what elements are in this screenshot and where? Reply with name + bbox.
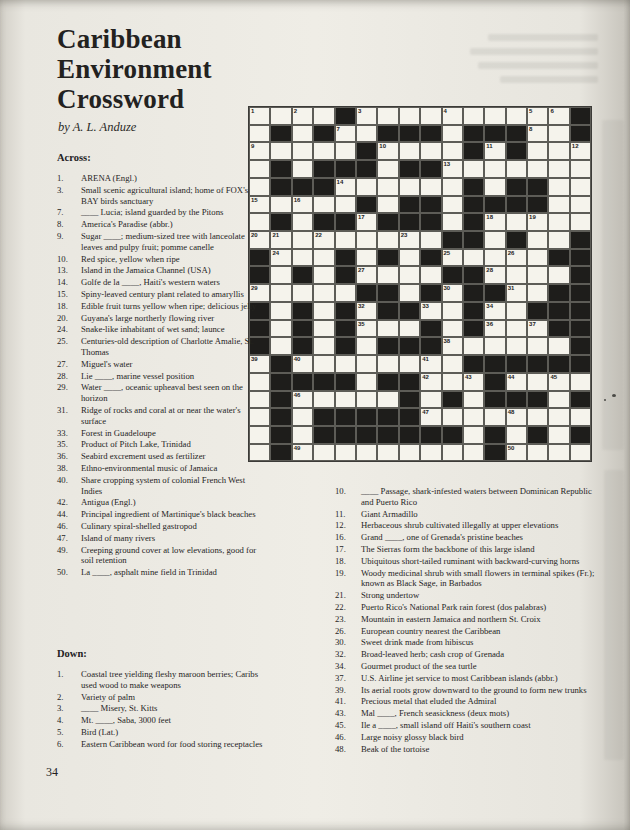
clue-number: 42 [422,374,429,381]
black-cell [463,355,484,373]
white-cell[interactable]: 49 [292,444,313,462]
white-cell[interactable] [313,444,334,462]
white-cell[interactable] [270,142,291,160]
black-cell [570,266,591,284]
white-cell[interactable]: 1 [249,107,270,125]
white-cell[interactable] [313,302,334,320]
white-cell[interactable]: 41 [420,355,441,373]
clue-item: 18.Edible fruit turns yellow when ripe; … [57,301,257,312]
clue-item-number: 27. [57,359,74,370]
clue-item-text: Mountain in eastern Jamaica and northern… [361,614,541,624]
bleed-mark [478,62,598,69]
black-cell [570,302,591,320]
white-cell[interactable]: 11 [484,142,505,160]
white-cell[interactable]: 13 [442,160,463,178]
white-cell[interactable] [292,125,313,143]
white-cell[interactable] [548,426,569,444]
black-cell [335,213,356,231]
black-cell [270,391,291,409]
white-cell[interactable] [570,160,591,178]
black-cell [399,426,420,444]
white-cell[interactable] [399,178,420,196]
clue-item-text: Beak of the tortoise [361,744,429,754]
white-cell[interactable] [249,125,270,143]
white-cell[interactable] [399,284,420,302]
white-cell[interactable]: 2 [292,107,313,125]
black-cell [335,302,356,320]
white-cell[interactable] [463,426,484,444]
clue-number: 40 [294,356,301,363]
clue-item-text: ____ Passage, shark-infested waters betw… [361,486,592,507]
white-cell[interactable] [484,231,505,249]
white-cell[interactable] [527,284,548,302]
black-cell [484,284,505,302]
clue-number: 21 [272,232,279,239]
clue-item-text: Ubiquitous short-tailed ruminant with ba… [361,556,579,566]
white-cell[interactable] [292,249,313,267]
white-cell[interactable] [356,125,377,143]
white-cell[interactable] [377,355,398,373]
white-cell[interactable] [548,178,569,196]
clue-item: 17.The Sierras form the backbone of this… [335,544,597,555]
black-cell [335,249,356,267]
white-cell[interactable]: 44 [506,373,527,391]
white-cell[interactable] [570,196,591,214]
white-cell[interactable] [527,160,548,178]
white-cell[interactable]: 46 [292,391,313,409]
white-cell[interactable] [442,320,463,338]
clue-item-number: 10. [335,486,352,497]
white-cell[interactable] [442,302,463,320]
clue-number: 8 [529,126,532,133]
clue-item-text: Culinary spiral-shelled gastropod [81,521,197,531]
black-cell [442,231,463,249]
clue-item: 7.____ Lucia; island guarded by the Pito… [57,207,257,218]
white-cell[interactable] [463,160,484,178]
clue-item-text: Snake-like inhabitant of wet sand; launc… [81,324,225,334]
clue-item-text: Water ____, oceanic upheaval best seen o… [81,382,243,403]
white-cell[interactable]: 19 [527,213,548,231]
white-cell[interactable] [420,444,441,462]
down-clue-list: Down: 1.Coastal tree yielding fleshy mar… [57,648,272,751]
white-cell[interactable] [377,266,398,284]
white-cell[interactable] [506,426,527,444]
bleed-mark [470,48,598,55]
white-cell[interactable] [442,213,463,231]
black-cell [399,213,420,231]
clue-item: 43.Mal ____, French seasickness (deux mo… [335,708,597,719]
white-cell[interactable] [292,213,313,231]
clue-item-number: 44. [57,509,74,520]
black-cell [463,320,484,338]
white-cell[interactable] [420,107,441,125]
clue-item: 29.Water ____, oceanic upheaval best see… [57,382,257,404]
clue-item-number: 43. [335,708,352,719]
white-cell[interactable] [356,373,377,391]
clue-item-text: Sugar ____; medium-sized tree with lance… [81,231,245,252]
white-cell[interactable] [548,391,569,409]
clue-item-number: 1. [57,669,74,680]
white-cell[interactable] [484,408,505,426]
white-cell[interactable] [356,249,377,267]
clue-item-number: 4. [57,715,74,726]
white-cell[interactable] [420,266,441,284]
white-cell[interactable]: 18 [484,213,505,231]
white-cell[interactable]: 36 [484,320,505,338]
clue-item-text: Ile a ____, small island off Haiti's sou… [361,720,531,730]
white-cell[interactable] [313,107,334,125]
white-cell[interactable]: 45 [548,373,569,391]
clue-item: 3.____ Misery, St. Kitts [57,703,272,714]
white-cell[interactable] [335,391,356,409]
clue-item-number: 23. [335,614,352,625]
white-cell[interactable]: 4 [442,107,463,125]
white-cell[interactable] [399,249,420,267]
clue-number: 38 [444,338,451,345]
white-cell[interactable] [399,320,420,338]
black-cell [506,231,527,249]
clue-item-text: Share cropping system of colonial French… [81,475,245,496]
white-cell[interactable] [313,142,334,160]
white-cell[interactable] [335,355,356,373]
black-cell [484,426,505,444]
white-cell[interactable] [399,355,420,373]
clue-item: 33.Forest in Guadeloupe [57,428,257,439]
white-cell[interactable] [548,266,569,284]
white-cell[interactable]: 23 [399,231,420,249]
white-cell[interactable] [335,196,356,214]
white-cell[interactable] [313,266,334,284]
white-cell[interactable]: 50 [506,444,527,462]
black-cell [420,337,441,355]
clue-item-text: Seabird excrement used as fertilizer [81,451,205,461]
white-cell[interactable] [484,160,505,178]
white-cell[interactable] [313,284,334,302]
white-cell[interactable] [442,373,463,391]
crossword-grid[interactable]: 1234567891011121314151617181920212223242… [248,106,592,462]
clue-item: 39.Its aerial roots grow downward to the… [335,685,597,696]
white-cell[interactable] [270,196,291,214]
white-cell[interactable] [570,213,591,231]
clue-item-text: Puerto Rico's National Park rain forest … [361,602,546,612]
black-cell [420,426,441,444]
white-cell[interactable] [420,142,441,160]
white-cell[interactable] [463,391,484,409]
white-cell[interactable] [420,391,441,409]
white-cell[interactable] [442,355,463,373]
white-cell[interactable] [442,196,463,214]
white-cell[interactable] [335,444,356,462]
black-cell [270,178,291,196]
clue-item-text: Mal ____, French seasickness (deux mots) [361,708,509,718]
white-cell[interactable]: 38 [442,337,463,355]
white-cell[interactable]: 21 [270,231,291,249]
black-cell [399,337,420,355]
white-cell[interactable] [506,107,527,125]
white-cell[interactable] [292,284,313,302]
white-cell[interactable]: 14 [335,178,356,196]
clue-item-text: Edible fruit turns yellow when ripe; del… [81,301,256,311]
clue-item: 20.Guyana's large northerly flowing rive… [57,313,257,324]
white-cell[interactable] [399,142,420,160]
white-cell[interactable] [420,231,441,249]
white-cell[interactable] [527,249,548,267]
white-cell[interactable] [527,266,548,284]
white-cell[interactable] [527,408,548,426]
white-cell[interactable]: 42 [420,373,441,391]
white-cell[interactable] [377,231,398,249]
black-cell [335,337,356,355]
white-cell[interactable]: 30 [442,284,463,302]
white-cell[interactable]: 5 [527,107,548,125]
clue-item: 23.Mountain in eastern Jamaica and north… [335,614,597,625]
white-cell[interactable] [570,444,591,462]
black-cell [377,125,398,143]
white-cell[interactable] [356,231,377,249]
white-cell[interactable] [377,320,398,338]
white-cell[interactable] [463,408,484,426]
clue-item-number: 3. [57,185,74,196]
white-cell[interactable]: 47 [420,408,441,426]
white-cell[interactable]: 37 [527,320,548,338]
white-cell[interactable] [506,160,527,178]
white-cell[interactable] [270,302,291,320]
black-cell [420,213,441,231]
white-cell[interactable] [548,125,569,143]
white-cell[interactable]: 6 [548,107,569,125]
bleed-mark [604,470,624,760]
clue-item-text: Giant Armadillo [361,509,418,519]
white-cell[interactable] [548,213,569,231]
clue-number: 36 [486,321,493,328]
white-cell[interactable] [420,178,441,196]
black-cell [570,125,591,143]
white-cell[interactable] [463,337,484,355]
clue-item-number: 11. [335,509,352,520]
white-cell[interactable]: 16 [292,196,313,214]
white-cell[interactable] [292,426,313,444]
white-cell[interactable] [548,231,569,249]
white-cell[interactable]: 10 [377,142,398,160]
black-cell [506,142,527,160]
clue-number: 10 [379,143,386,150]
white-cell[interactable] [506,302,527,320]
white-cell[interactable] [292,142,313,160]
clue-item-number: 21. [335,590,352,601]
white-cell[interactable]: 25 [442,249,463,267]
white-cell[interactable] [399,444,420,462]
white-cell[interactable]: 31 [506,284,527,302]
clue-item-number: 31. [57,405,74,416]
clue-item-text: Island of many rivers [81,533,155,543]
white-cell[interactable]: 12 [570,142,591,160]
white-cell[interactable] [313,249,334,267]
white-cell[interactable] [570,373,591,391]
clue-item-number: 8. [57,219,74,230]
white-cell[interactable] [442,408,463,426]
clue-number: 7 [337,126,340,133]
ink-speck [612,394,616,397]
clue-item-number: 28. [57,371,74,382]
white-cell[interactable] [548,337,569,355]
white-cell[interactable]: 22 [313,231,334,249]
clue-item-text: Mt. ____, Saba, 3000 feet [81,715,171,725]
white-cell[interactable] [335,231,356,249]
white-cell[interactable] [484,337,505,355]
clue-item-number: 19. [335,568,352,579]
white-cell[interactable] [313,391,334,409]
clue-item: 37.U.S. Airline jet service to most Cari… [335,673,597,684]
clue-item-text: Woody medicinal shrub with small flowers… [361,568,594,589]
white-cell[interactable]: 26 [506,249,527,267]
black-cell [570,337,591,355]
white-cell[interactable] [527,231,548,249]
white-cell[interactable] [356,391,377,409]
white-cell[interactable] [527,444,548,462]
white-cell[interactable] [442,125,463,143]
clue-item: 25.Centuries-old description of Charlott… [57,336,257,358]
down-clue-list-continued: 10.____ Passage, shark-infested waters b… [335,486,597,755]
white-cell[interactable] [548,408,569,426]
black-cell [420,249,441,267]
clue-item-number: 12. [335,520,352,531]
white-cell[interactable] [527,373,548,391]
clue-number: 18 [486,214,493,221]
white-cell[interactable]: 7 [335,125,356,143]
white-cell[interactable] [335,284,356,302]
clue-item-number: 46. [335,732,352,743]
black-cell [270,408,291,426]
clue-number: 2 [294,108,297,115]
white-cell[interactable] [442,178,463,196]
white-cell[interactable]: 27 [356,266,377,284]
clue-item: 6.Eastern Caribbean word for food storin… [57,739,272,750]
white-cell[interactable] [270,337,291,355]
white-cell[interactable] [377,196,398,214]
black-cell [548,284,569,302]
black-cell [335,266,356,284]
white-cell[interactable]: 17 [356,213,377,231]
white-cell[interactable]: 34 [484,302,505,320]
white-cell[interactable] [313,355,334,373]
white-cell[interactable]: 40 [292,355,313,373]
black-cell [463,302,484,320]
white-cell[interactable]: 28 [484,266,505,284]
white-cell[interactable]: 24 [270,249,291,267]
white-cell[interactable] [506,213,527,231]
white-cell[interactable] [292,408,313,426]
white-cell[interactable] [442,142,463,160]
clue-item: 15.Spiny-leaved century plant related to… [57,289,257,300]
white-cell[interactable] [313,320,334,338]
white-cell[interactable] [484,178,505,196]
white-cell[interactable]: 33 [420,302,441,320]
white-cell[interactable] [399,107,420,125]
white-cell[interactable] [548,196,569,214]
clue-item-text: Creeping ground cover at low elevations,… [81,545,256,566]
clue-item-number: 29. [57,382,74,393]
white-cell[interactable] [548,444,569,462]
black-cell [484,444,505,462]
white-cell[interactable] [377,160,398,178]
white-cell[interactable] [527,337,548,355]
white-cell[interactable] [463,107,484,125]
black-cell [356,426,377,444]
clue-item: 2.Variety of palm [57,692,272,703]
white-cell[interactable]: 35 [356,320,377,338]
white-cell[interactable] [270,320,291,338]
black-cell [463,178,484,196]
white-cell[interactable] [292,231,313,249]
clue-item-number: 17. [335,544,352,555]
clue-item-text: Precious metal that eluded the Admiral [361,696,496,706]
white-cell[interactable] [377,178,398,196]
white-cell[interactable]: 3 [356,107,377,125]
black-cell [292,373,313,391]
black-cell [292,337,313,355]
white-cell[interactable] [356,337,377,355]
clue-item: 35.Product of Pitch Lake, Trinidad [57,439,257,450]
white-cell[interactable] [377,107,398,125]
white-cell[interactable] [570,178,591,196]
white-cell[interactable]: 8 [527,125,548,143]
white-cell[interactable] [442,444,463,462]
clue-item-text: Eastern Caribbean word for food storing … [81,739,262,749]
white-cell[interactable] [356,178,377,196]
white-cell[interactable] [335,142,356,160]
white-cell[interactable] [377,391,398,409]
clue-number: 48 [508,409,515,416]
white-cell[interactable] [356,355,377,373]
white-cell[interactable] [463,444,484,462]
white-cell[interactable] [484,249,505,267]
black-cell [527,391,548,409]
white-cell[interactable] [548,142,569,160]
black-cell [270,125,291,143]
bleed-mark [500,76,598,83]
black-cell [506,196,527,214]
white-cell[interactable] [270,284,291,302]
white-cell[interactable] [377,444,398,462]
white-cell[interactable] [313,337,334,355]
white-cell[interactable] [313,196,334,214]
clue-item-number: 32. [335,649,352,660]
white-cell[interactable] [356,444,377,462]
black-cell [313,178,334,196]
white-cell[interactable] [506,320,527,338]
white-cell[interactable] [506,337,527,355]
white-cell[interactable]: 48 [506,408,527,426]
clue-item: 11.Giant Armadillo [335,509,597,520]
white-cell[interactable] [270,107,291,125]
black-cell [313,125,334,143]
clue-item-text: Grand ____, one of Grenada's pristine be… [361,532,523,542]
white-cell[interactable] [570,408,591,426]
white-cell[interactable]: 32 [356,302,377,320]
white-cell[interactable] [484,107,505,125]
white-cell[interactable] [399,266,420,284]
white-cell[interactable] [292,160,313,178]
clue-item-text: ____ Misery, St. Kitts [81,703,157,713]
white-cell[interactable] [548,160,569,178]
white-cell[interactable] [270,266,291,284]
clue-item-number: 16. [335,532,352,543]
white-cell[interactable]: 43 [463,373,484,391]
clue-number: 43 [465,374,472,381]
white-cell[interactable] [527,142,548,160]
white-cell[interactable] [463,249,484,267]
white-cell[interactable] [506,266,527,284]
